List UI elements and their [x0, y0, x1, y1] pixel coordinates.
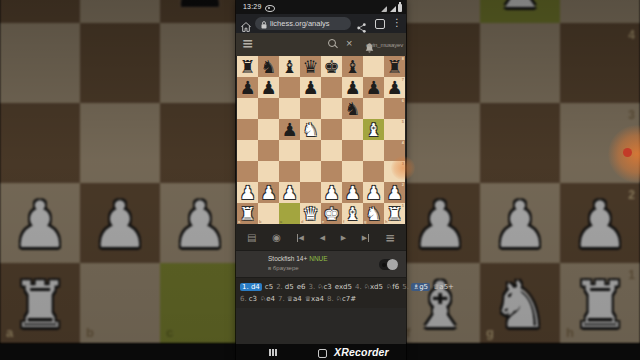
move-xa4[interactable]: ♕xa4	[305, 295, 324, 303]
bg-square-a3	[0, 103, 80, 183]
url-text: lichess.org/analys	[270, 19, 330, 28]
move-d5[interactable]: d5	[285, 283, 294, 291]
bg-piece-white-pawn-h2: ♟	[560, 183, 640, 263]
move-f6[interactable]: ♘f6	[386, 283, 399, 291]
piece-white-pawn-b2[interactable]: ♟	[258, 182, 279, 203]
touch-pointer-icon	[391, 156, 415, 180]
square-c8[interactable]: ♝	[279, 56, 300, 77]
file-label-b: b	[259, 219, 261, 224]
menu-icon[interactable]: ≡	[385, 233, 395, 243]
engine-subtitle: в браузере	[268, 265, 299, 271]
square-e3[interactable]	[321, 161, 342, 182]
piece-white-pawn-a2[interactable]: ♟	[237, 182, 258, 203]
bg-square-f4	[400, 23, 480, 103]
piece-black-pawn-a7[interactable]: ♟	[237, 77, 258, 98]
move-1d4[interactable]: 1. d4	[240, 283, 262, 291]
square-e1[interactable]: e♚	[321, 203, 342, 224]
file-label-c: c	[280, 219, 282, 224]
piece-black-pawn-b7[interactable]: ♟	[258, 77, 279, 98]
square-g7[interactable]: ♟	[363, 77, 384, 98]
page-background	[236, 308, 406, 344]
piece-black-bishop-f8[interactable]: ♝	[342, 56, 363, 77]
square-b4[interactable]	[258, 140, 279, 161]
square-h1[interactable]: h1♜	[384, 203, 405, 224]
bg-square-a4	[0, 23, 80, 103]
move-index: 8.	[327, 295, 334, 303]
piece-black-pawn-h7[interactable]: ♟	[384, 77, 405, 98]
bg-piece-black-pawn-c5: ♟	[160, 0, 240, 23]
piece-black-knight-f6[interactable]: ♞	[342, 98, 363, 119]
square-e6[interactable]	[321, 98, 342, 119]
square-g1[interactable]: g♞	[363, 203, 384, 224]
square-e4[interactable]	[321, 140, 342, 161]
square-d4[interactable]	[300, 140, 321, 161]
bg-square-c5: ♟	[160, 0, 240, 23]
bg-piece-white-pawn-g2: ♟	[480, 183, 560, 263]
recorder-watermark: XRecorder	[334, 346, 389, 358]
move-c3[interactable]: ♘c3	[317, 283, 332, 291]
square-f4[interactable]	[342, 140, 363, 161]
bg-square-b1: b	[80, 263, 160, 343]
piece-white-pawn-f2[interactable]: ♟	[342, 182, 363, 203]
square-e2[interactable]: ♟	[321, 182, 342, 203]
bg-piece-white-pawn-c2: ♟	[160, 183, 240, 263]
hamburger-icon[interactable]: ≡	[242, 35, 254, 51]
square-f3[interactable]	[342, 161, 363, 182]
analysis-board: ♜♞♝♛♚♝8♜♟♟♟♟♟7♟♞6♟♞♝543♟♟♟♟♟♟2♟a♜bcd♛e♚f…	[237, 56, 405, 224]
move-list: 1. d4c52.d5e63.♘c3exd54.♘xd5♘f65.♗g5♕a5+…	[236, 279, 406, 308]
bg-square-f1: f♝	[400, 263, 480, 343]
square-d8[interactable]: ♛	[300, 56, 321, 77]
step-back-icon[interactable]: ◀	[320, 234, 325, 242]
move-e4[interactable]: ♘e4	[260, 295, 275, 303]
bg-piece-white-rook-h1: ♜	[560, 263, 640, 343]
square-f2[interactable]: ♟	[342, 182, 363, 203]
lichess-header: ≡ × elvin_musayev	[236, 33, 406, 56]
bg-square-c3	[160, 103, 240, 183]
piece-white-rook-a1[interactable]: ♜	[237, 203, 258, 224]
square-f8[interactable]: ♝	[342, 56, 363, 77]
piece-black-rook-h8[interactable]: ♜	[384, 56, 405, 77]
square-f1[interactable]: f♝	[342, 203, 363, 224]
bg-square-a2: ♟	[0, 183, 80, 263]
square-c4[interactable]	[279, 140, 300, 161]
bg-square-c4	[160, 23, 240, 103]
square-b5[interactable]	[258, 119, 279, 140]
move-line-1: 1. d4c52.d5e63.♘c3exd54.♘xd5♘f65.♗g5♕a5+	[240, 281, 406, 293]
square-b2[interactable]: ♟	[258, 182, 279, 203]
square-g5[interactable]: ♝	[363, 119, 384, 140]
bg-square-b4	[80, 23, 160, 103]
piece-white-knight-d5[interactable]: ♞	[300, 119, 321, 140]
move-c7#[interactable]: ♘c7#	[336, 295, 356, 303]
move-c5[interactable]: c5	[265, 283, 273, 291]
square-a1[interactable]: a♜	[237, 203, 258, 224]
home-button-icon[interactable]	[318, 349, 327, 358]
piece-black-king-e8[interactable]: ♚	[321, 56, 342, 77]
piece-white-rook-h1[interactable]: ♜	[384, 203, 405, 224]
square-b7[interactable]: ♟	[258, 77, 279, 98]
move-a4[interactable]: ♕a4	[287, 295, 302, 303]
piece-black-knight-b8[interactable]: ♞	[258, 56, 279, 77]
square-f7[interactable]: ♟	[342, 77, 363, 98]
square-f5[interactable]	[342, 119, 363, 140]
move-index: 2.	[276, 283, 283, 291]
move-index: 5.	[402, 283, 409, 291]
square-c2[interactable]: ♟	[279, 182, 300, 203]
piece-white-knight-g1[interactable]: ♞	[363, 203, 384, 224]
analysis-controls: ▤◉◀◀▶▶≡	[236, 226, 406, 249]
square-c3[interactable]	[279, 161, 300, 182]
gear-icon[interactable]: ◉	[272, 233, 281, 243]
address-bar[interactable]: lichess.org/analys	[255, 17, 351, 30]
piece-black-queen-d8[interactable]: ♛	[300, 56, 321, 77]
move-xd5[interactable]: ♘xd5	[364, 283, 383, 291]
lock-icon	[261, 15, 267, 33]
square-d5[interactable]: ♞	[300, 119, 321, 140]
rank-label-5: 5	[402, 119, 404, 124]
android-nav-bar: XRecorder	[236, 344, 406, 360]
bg-square-h2: 2♟	[560, 183, 640, 263]
move-index: 7.	[278, 295, 285, 303]
square-h5[interactable]: 5	[384, 119, 405, 140]
wifi-icon	[381, 6, 387, 12]
move-exd5[interactable]: exd5	[335, 283, 352, 291]
rank-label-6: 6	[402, 98, 404, 103]
bg-square-h4: 4	[560, 23, 640, 103]
bg-square-a1: a♜	[0, 263, 80, 343]
piece-white-king-e1[interactable]: ♚	[321, 203, 342, 224]
square-a3[interactable]	[237, 161, 258, 182]
skip-first-icon[interactable]: ◀	[297, 234, 304, 242]
recording-indicator-icon	[265, 5, 275, 12]
square-h8[interactable]: 8♜	[384, 56, 405, 77]
phone-screen: 13:29 lichess.org/analys ⋮ ≡ × elv	[236, 0, 406, 360]
piece-white-bishop-f1[interactable]: ♝	[342, 203, 363, 224]
square-e5[interactable]	[321, 119, 342, 140]
piece-white-pawn-g2[interactable]: ♟	[363, 182, 384, 203]
square-a5[interactable]	[237, 119, 258, 140]
bg-square-g4	[480, 23, 560, 103]
piece-white-bishop-g5[interactable]: ♝	[363, 119, 384, 140]
square-a7[interactable]: ♟	[237, 77, 258, 98]
square-g8[interactable]	[363, 56, 384, 77]
piece-black-pawn-c5[interactable]: ♟	[279, 119, 300, 140]
square-g4[interactable]	[363, 140, 384, 161]
bg-rank-label-3: 3	[628, 108, 635, 122]
bg-square-c1: c	[160, 263, 240, 343]
bg-square-f2: ♟	[400, 183, 480, 263]
piece-white-pawn-c2[interactable]: ♟	[279, 182, 300, 203]
square-d6[interactable]	[300, 98, 321, 119]
bg-square-g3	[480, 103, 560, 183]
bg-square-g2: ♟	[480, 183, 560, 263]
bg-piece-white-pawn-a2: ♟	[0, 183, 80, 263]
piece-black-pawn-d7[interactable]: ♟	[300, 77, 321, 98]
bg-square-b3	[80, 103, 160, 183]
square-d2[interactable]	[300, 182, 321, 203]
bg-square-a5	[0, 0, 80, 23]
move-e6[interactable]: e6	[297, 283, 306, 291]
clock: 13:29	[243, 3, 262, 10]
square-b3[interactable]	[258, 161, 279, 182]
square-d3[interactable]	[300, 161, 321, 182]
recents-icon[interactable]	[269, 349, 271, 356]
browser-toolbar: lichess.org/analys ⋮	[236, 14, 406, 33]
bg-piece-white-rook-a1: ♜	[0, 263, 80, 343]
move-index: 3.	[308, 283, 315, 291]
engine-toggle[interactable]	[379, 259, 398, 270]
bg-square-g1: g♞	[480, 263, 560, 343]
bg-piece-white-bishop-g5: ♝	[480, 0, 560, 23]
piece-white-pawn-h2[interactable]: ♟	[384, 182, 405, 203]
piece-white-pawn-e2[interactable]: ♟	[321, 182, 342, 203]
square-a4[interactable]	[237, 140, 258, 161]
square-d7[interactable]: ♟	[300, 77, 321, 98]
bg-piece-white-knight-g1: ♞	[480, 263, 560, 343]
close-icon[interactable]: ×	[346, 37, 352, 49]
bg-piece-white-pawn-f2: ♟	[400, 183, 480, 263]
bg-square-b2: ♟	[80, 183, 160, 263]
skip-last-icon[interactable]: ▶	[362, 234, 369, 242]
piece-black-pawn-g7[interactable]: ♟	[363, 77, 384, 98]
move-line-2: 6.c3♘e47.♕a4♕xa48.♘c7#	[240, 293, 406, 305]
move-c3[interactable]: c3	[249, 295, 257, 303]
square-c6[interactable]	[279, 98, 300, 119]
engine-panel: Stockfish 14+NNUE в браузере	[236, 250, 406, 278]
square-f6[interactable]: ♞	[342, 98, 363, 119]
engine-nnue-badge: NNUE	[309, 255, 327, 262]
square-b6[interactable]	[258, 98, 279, 119]
battery-icon	[398, 4, 402, 12]
bg-square-f5	[400, 0, 480, 23]
square-b8[interactable]: ♞	[258, 56, 279, 77]
bg-piece-white-pawn-b2: ♟	[80, 183, 160, 263]
square-g6[interactable]	[363, 98, 384, 119]
square-c5[interactable]: ♟	[279, 119, 300, 140]
bg-square-c2: ♟	[160, 183, 240, 263]
square-g2[interactable]: ♟	[363, 182, 384, 203]
tabs-icon[interactable]	[375, 19, 385, 29]
square-c1[interactable]: c	[279, 203, 300, 224]
move-a5+[interactable]: ♕a5+	[433, 283, 454, 291]
bg-rank-label-4: 4	[628, 28, 635, 42]
rank-label-4: 4	[402, 140, 404, 145]
engine-name: Stockfish 14+NNUE	[268, 255, 328, 262]
square-a2[interactable]: ♟	[237, 182, 258, 203]
search-icon[interactable]	[328, 39, 336, 47]
square-h6[interactable]: 6	[384, 98, 405, 119]
bg-square-b5	[80, 0, 160, 23]
bg-square-h1: h1♜	[560, 263, 640, 343]
move-index: 6.	[240, 295, 247, 303]
square-a8[interactable]: ♜	[237, 56, 258, 77]
bg-square-g5: ♝	[480, 0, 560, 23]
piece-black-pawn-f7[interactable]: ♟	[342, 77, 363, 98]
piece-black-rook-a8[interactable]: ♜	[237, 56, 258, 77]
opening-book-icon[interactable]: ▤	[247, 233, 256, 243]
overflow-menu-icon[interactable]: ⋮	[392, 17, 402, 28]
signal-icon	[390, 6, 396, 12]
bg-square-h5: 5	[560, 0, 640, 23]
bg-file-label-c: c	[166, 325, 173, 340]
status-bar: 13:29	[236, 0, 406, 14]
square-h2[interactable]: 2♟	[384, 182, 405, 203]
square-c7[interactable]	[279, 77, 300, 98]
step-forward-icon[interactable]: ▶	[341, 234, 346, 242]
move-index: 4.	[355, 283, 362, 291]
square-b1[interactable]: b	[258, 203, 279, 224]
username[interactable]: elvin_musayev	[366, 42, 403, 48]
bg-file-label-b: b	[86, 325, 94, 340]
piece-white-queen-d1[interactable]: ♛	[300, 203, 321, 224]
square-e7[interactable]	[321, 77, 342, 98]
move-g5[interactable]: ♗g5	[411, 283, 430, 291]
square-e8[interactable]: ♚	[321, 56, 342, 77]
square-a6[interactable]	[237, 98, 258, 119]
square-h7[interactable]: 7♟	[384, 77, 405, 98]
square-g3[interactable]	[363, 161, 384, 182]
bg-piece-white-bishop-f1: ♝	[400, 263, 480, 343]
square-d1[interactable]: d♛	[300, 203, 321, 224]
piece-black-bishop-c8[interactable]: ♝	[279, 56, 300, 77]
